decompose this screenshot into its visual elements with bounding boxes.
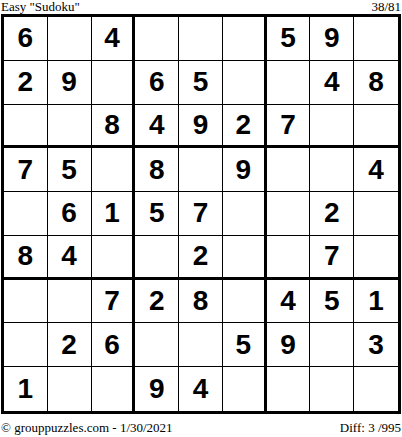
cell-r8c7: 9 xyxy=(267,323,311,367)
cell-r3c6: 2 xyxy=(223,105,267,149)
cell-r9c3[interactable] xyxy=(92,367,136,411)
cell-r5c3: 1 xyxy=(92,192,136,236)
cell-r6c9[interactable] xyxy=(354,236,398,280)
cell-r7c3: 7 xyxy=(92,280,136,324)
cell-r9c8[interactable] xyxy=(310,367,354,411)
cell-r2c8: 4 xyxy=(310,61,354,105)
cell-r1c2[interactable] xyxy=(48,17,92,61)
cell-r8c4[interactable] xyxy=(135,323,179,367)
cell-r4c8[interactable] xyxy=(310,148,354,192)
cell-r1c7: 5 xyxy=(267,17,311,61)
cell-r5c8: 2 xyxy=(310,192,354,236)
cell-r9c7[interactable] xyxy=(267,367,311,411)
cell-r6c8: 7 xyxy=(310,236,354,280)
cell-r7c2[interactable] xyxy=(48,280,92,324)
puzzle-title: Easy "Sudoku" xyxy=(1,0,80,13)
cell-r6c1: 8 xyxy=(4,236,48,280)
sudoku-board: 6459296548849277589461572842772845126593… xyxy=(1,14,401,414)
cell-r5c6[interactable] xyxy=(223,192,267,236)
cell-r3c4: 4 xyxy=(135,105,179,149)
cell-r9c9[interactable] xyxy=(354,367,398,411)
cell-r6c2: 4 xyxy=(48,236,92,280)
cell-r5c5: 7 xyxy=(179,192,223,236)
cell-r8c8[interactable] xyxy=(310,323,354,367)
header: Easy "Sudoku" 38/81 xyxy=(0,0,402,14)
cell-r4c7[interactable] xyxy=(267,148,311,192)
cell-r3c5: 9 xyxy=(179,105,223,149)
cell-r4c5[interactable] xyxy=(179,148,223,192)
difficulty-text: Diff: 3 /995 xyxy=(340,421,401,435)
cell-r4c3[interactable] xyxy=(92,148,136,192)
cell-r7c8: 5 xyxy=(310,280,354,324)
cell-r6c4[interactable] xyxy=(135,236,179,280)
cell-r8c6: 5 xyxy=(223,323,267,367)
cell-r9c4: 9 xyxy=(135,367,179,411)
cell-r9c1: 1 xyxy=(4,367,48,411)
cell-r4c1: 7 xyxy=(4,148,48,192)
cell-r5c7[interactable] xyxy=(267,192,311,236)
cell-r8c5[interactable] xyxy=(179,323,223,367)
cell-r2c4: 6 xyxy=(135,61,179,105)
cell-r1c3: 4 xyxy=(92,17,136,61)
cell-r3c2[interactable] xyxy=(48,105,92,149)
cell-r8c1[interactable] xyxy=(4,323,48,367)
cell-r2c5: 5 xyxy=(179,61,223,105)
cell-r9c5: 4 xyxy=(179,367,223,411)
sudoku-page: Easy "Sudoku" 38/81 64592965488492775894… xyxy=(0,0,402,437)
cell-r5c2: 6 xyxy=(48,192,92,236)
cell-r8c9: 3 xyxy=(354,323,398,367)
cell-r8c2: 2 xyxy=(48,323,92,367)
cell-r6c6[interactable] xyxy=(223,236,267,280)
cell-r6c5: 2 xyxy=(179,236,223,280)
footer: © grouppuzzles.com - 1/30/2021 Diff: 3 /… xyxy=(0,421,402,435)
cell-r5c9[interactable] xyxy=(354,192,398,236)
cell-r1c4[interactable] xyxy=(135,17,179,61)
cell-r2c6[interactable] xyxy=(223,61,267,105)
cell-r9c2[interactable] xyxy=(48,367,92,411)
cell-r8c3: 6 xyxy=(92,323,136,367)
cell-r3c9[interactable] xyxy=(354,105,398,149)
cell-r2c9: 8 xyxy=(354,61,398,105)
cell-r4c6: 9 xyxy=(223,148,267,192)
cell-r1c6[interactable] xyxy=(223,17,267,61)
cell-r3c1[interactable] xyxy=(4,105,48,149)
cell-r4c9: 4 xyxy=(354,148,398,192)
cell-r9c6[interactable] xyxy=(223,367,267,411)
cell-r1c8: 9 xyxy=(310,17,354,61)
cell-r1c9[interactable] xyxy=(354,17,398,61)
cell-r3c3: 8 xyxy=(92,105,136,149)
cells-remaining-counter: 38/81 xyxy=(371,0,401,13)
cell-r7c9: 1 xyxy=(354,280,398,324)
cell-r7c5: 8 xyxy=(179,280,223,324)
cell-r7c7: 4 xyxy=(267,280,311,324)
cell-r7c4: 2 xyxy=(135,280,179,324)
cell-r6c7[interactable] xyxy=(267,236,311,280)
cell-r6c3[interactable] xyxy=(92,236,136,280)
cell-r1c5[interactable] xyxy=(179,17,223,61)
cell-r7c6[interactable] xyxy=(223,280,267,324)
cell-r2c2: 9 xyxy=(48,61,92,105)
cell-r2c1: 2 xyxy=(4,61,48,105)
cell-r5c4: 5 xyxy=(135,192,179,236)
cell-r1c1: 6 xyxy=(4,17,48,61)
cell-r5c1[interactable] xyxy=(4,192,48,236)
cell-r2c3[interactable] xyxy=(92,61,136,105)
cell-r4c2: 5 xyxy=(48,148,92,192)
cell-r7c1[interactable] xyxy=(4,280,48,324)
cell-r3c8[interactable] xyxy=(310,105,354,149)
cell-r2c7[interactable] xyxy=(267,61,311,105)
cell-r3c7: 7 xyxy=(267,105,311,149)
cell-r4c4: 8 xyxy=(135,148,179,192)
copyright-text: © grouppuzzles.com - 1/30/2021 xyxy=(1,421,173,435)
